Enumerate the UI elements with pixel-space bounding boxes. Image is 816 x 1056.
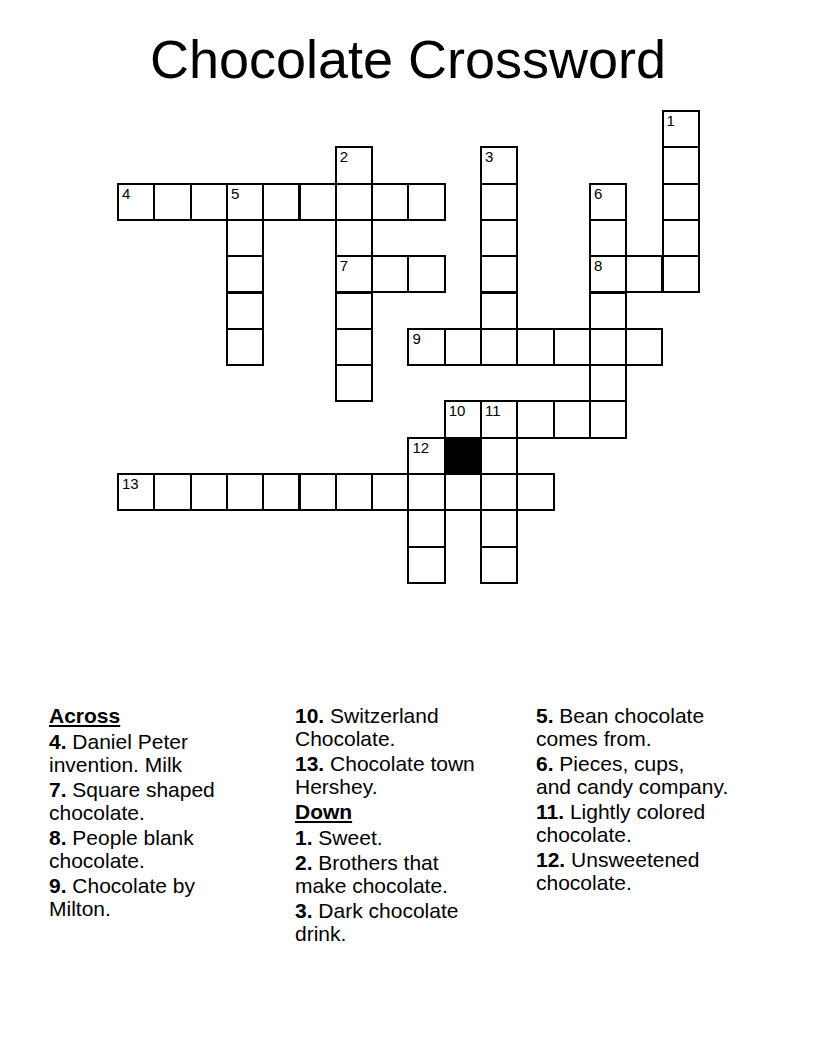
clue-section-header: Down xyxy=(295,800,527,823)
grid-cell[interactable]: 12 xyxy=(407,437,445,475)
grid-cell[interactable] xyxy=(662,255,700,293)
grid-cell[interactable] xyxy=(407,255,445,293)
grid-cell[interactable]: 5 xyxy=(226,183,264,221)
grid-cell[interactable] xyxy=(589,219,627,257)
grid-cell[interactable] xyxy=(589,400,627,438)
clue-number: 6. xyxy=(536,752,554,775)
grid-cell[interactable] xyxy=(444,473,482,511)
clue-number: 12. xyxy=(536,848,565,871)
grid-cell[interactable] xyxy=(407,183,445,221)
cell-number: 10 xyxy=(449,403,466,419)
grid-cell[interactable] xyxy=(153,473,191,511)
grid-cell[interactable] xyxy=(335,364,373,402)
grid-cell[interactable] xyxy=(480,509,518,547)
grid-cell[interactable]: 1 xyxy=(662,110,700,148)
clue-number: 2. xyxy=(295,851,313,874)
clue-number: 8. xyxy=(49,826,67,849)
clue: 4. Daniel Peter invention. Milk xyxy=(49,730,281,776)
grid-cell[interactable] xyxy=(480,183,518,221)
cell-number: 1 xyxy=(667,113,675,129)
cell-number: 2 xyxy=(340,149,348,165)
clue-text: Sweet. xyxy=(313,826,383,849)
cell-number: 6 xyxy=(594,186,602,202)
grid-cell[interactable]: 8 xyxy=(589,255,627,293)
grid-cell[interactable] xyxy=(480,219,518,257)
clue: 5. Bean chocolate comes from. xyxy=(536,704,786,750)
grid-cell[interactable] xyxy=(662,146,700,184)
clue: 12. Unsweetened chocolate. xyxy=(536,848,786,894)
clue-text: Brothers that make chocolate. xyxy=(295,851,448,897)
clue-number: 4. xyxy=(49,730,67,753)
grid-cell[interactable] xyxy=(335,292,373,330)
clue-text: Pieces, cups, and candy company. xyxy=(536,752,728,798)
grid-cell[interactable] xyxy=(299,183,337,221)
grid-cell[interactable] xyxy=(226,255,264,293)
grid-cell[interactable] xyxy=(553,400,591,438)
grid-cell[interactable] xyxy=(226,473,264,511)
grid-cell[interactable] xyxy=(407,473,445,511)
grid-cell[interactable] xyxy=(371,255,409,293)
clue: 3. Dark chocolate drink. xyxy=(295,899,527,945)
grid-cell[interactable] xyxy=(190,473,228,511)
grid-cell[interactable] xyxy=(407,546,445,584)
clue-number: 9. xyxy=(49,874,67,897)
clue: 13. Chocolate town Hershey. xyxy=(295,752,527,798)
grid-cell[interactable] xyxy=(480,255,518,293)
cell-number: 11 xyxy=(485,403,501,419)
cell-number: 7 xyxy=(340,258,348,274)
clue-number: 5. xyxy=(536,704,554,727)
grid-cell[interactable] xyxy=(480,437,518,475)
clue: 8. People blank chocolate. xyxy=(49,826,281,872)
grid-cell[interactable]: 3 xyxy=(480,146,518,184)
grid-cell[interactable]: 2 xyxy=(335,146,373,184)
clue-text: Chocolate by Milton. xyxy=(49,874,195,920)
clue: 2. Brothers that make chocolate. xyxy=(295,851,527,897)
clue-number: 11. xyxy=(536,800,564,823)
grid-cell[interactable] xyxy=(589,328,627,366)
clue-number: 1. xyxy=(295,826,313,849)
cell-number: 13 xyxy=(122,476,139,492)
cell-number: 12 xyxy=(412,440,429,456)
grid-cell[interactable]: 10 xyxy=(444,400,482,438)
grid-cell[interactable] xyxy=(153,183,191,221)
grid-cell[interactable] xyxy=(335,328,373,366)
clues-column-right: 5. Bean chocolate comes from.6. Pieces, … xyxy=(536,704,786,896)
grid-cell[interactable] xyxy=(480,546,518,584)
grid-cell[interactable]: 7 xyxy=(335,255,373,293)
grid-cell[interactable] xyxy=(589,292,627,330)
clue: 9. Chocolate by Milton. xyxy=(49,874,281,920)
grid-cell[interactable] xyxy=(226,328,264,366)
grid-cell[interactable] xyxy=(480,328,518,366)
clue-text: Bean chocolate comes from. xyxy=(536,704,704,750)
grid-cell[interactable] xyxy=(262,473,300,511)
grid-cell[interactable]: 4 xyxy=(117,183,155,221)
clue-text: People blank chocolate. xyxy=(49,826,194,872)
grid-cell[interactable] xyxy=(625,328,663,366)
grid-cell[interactable] xyxy=(516,473,554,511)
clue-section-header: Across xyxy=(49,704,281,727)
grid-cell[interactable] xyxy=(662,219,700,257)
clue-number: 7. xyxy=(49,778,67,801)
grid-cell[interactable] xyxy=(662,183,700,221)
clue-number: 13. xyxy=(295,752,324,775)
grid-cell[interactable] xyxy=(190,183,228,221)
grid-cell[interactable] xyxy=(480,292,518,330)
clues-column-middle: 10. Switzerland Chocolate.13. Chocolate … xyxy=(295,704,527,947)
black-cell xyxy=(444,437,482,475)
clue: 11. Lightly colored chocolate. xyxy=(536,800,786,846)
cell-number: 4 xyxy=(122,186,130,202)
clue-text: Square shaped chocolate. xyxy=(49,778,215,824)
grid-cell[interactable] xyxy=(553,328,591,366)
cell-number: 5 xyxy=(231,186,239,202)
grid-cell[interactable] xyxy=(335,219,373,257)
clues-column-across: Across4. Daniel Peter invention. Milk7. … xyxy=(49,704,281,922)
grid-cell[interactable] xyxy=(444,328,482,366)
grid-cell[interactable] xyxy=(335,183,373,221)
grid-cell[interactable] xyxy=(299,473,337,511)
clue-number: 3. xyxy=(295,899,313,922)
grid-cell[interactable] xyxy=(371,183,409,221)
grid-cell[interactable] xyxy=(625,255,663,293)
grid-cell[interactable] xyxy=(371,473,409,511)
clue-text: Daniel Peter invention. Milk xyxy=(49,730,188,776)
grid-cell[interactable] xyxy=(226,292,264,330)
grid-cell[interactable] xyxy=(407,509,445,547)
cell-number: 8 xyxy=(594,258,602,274)
grid-cell[interactable] xyxy=(335,473,373,511)
clue-number: 10. xyxy=(295,704,324,727)
clue: 10. Switzerland Chocolate. xyxy=(295,704,527,750)
clue: 6. Pieces, cups, and candy company. xyxy=(536,752,786,798)
crossword-grid: 12345678910111213 xyxy=(117,110,700,584)
grid-cell[interactable]: 9 xyxy=(407,328,445,366)
page-title: Chocolate Crossword xyxy=(0,30,816,88)
grid-cell[interactable]: 13 xyxy=(117,473,155,511)
clue-text: Dark chocolate drink. xyxy=(295,899,458,945)
cell-number: 9 xyxy=(412,331,420,347)
grid-cell[interactable] xyxy=(262,183,300,221)
clue: 1. Sweet. xyxy=(295,826,527,849)
grid-cell[interactable] xyxy=(516,328,554,366)
grid-cell[interactable]: 6 xyxy=(589,183,627,221)
grid-cell[interactable] xyxy=(589,364,627,402)
grid-cell[interactable] xyxy=(480,473,518,511)
cell-number: 3 xyxy=(485,149,493,165)
grid-cell[interactable] xyxy=(226,219,264,257)
clue: 7. Square shaped chocolate. xyxy=(49,778,281,824)
grid-cell[interactable]: 11 xyxy=(480,400,518,438)
grid-cell[interactable] xyxy=(516,400,554,438)
